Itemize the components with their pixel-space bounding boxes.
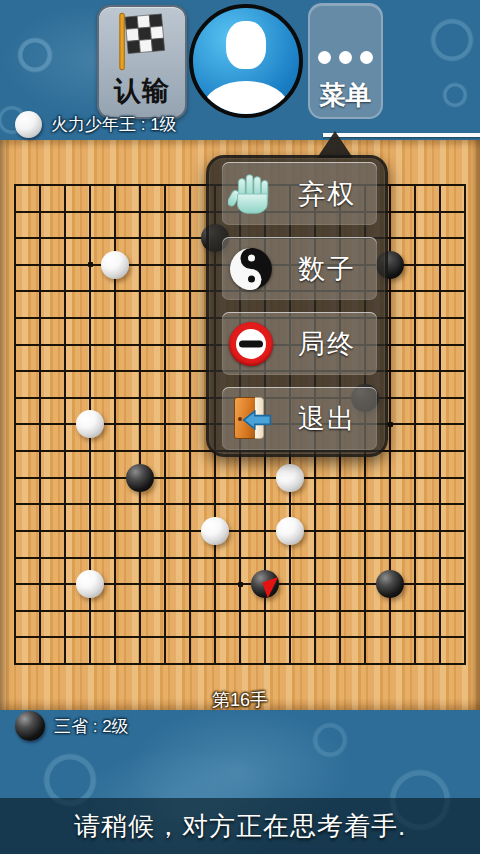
player-top-info: 火力少年王 : 1级 <box>15 111 177 138</box>
resign-button-label: 认输 <box>114 73 170 109</box>
checkered-flag-icon <box>109 11 175 73</box>
white-stone <box>276 517 304 545</box>
status-text: 请稍候，对方正在思考着手. <box>74 809 406 844</box>
avatar[interactable] <box>189 4 303 118</box>
menu-item-count-label: 数子 <box>298 251 356 287</box>
status-bar: 请稍候，对方正在思考着手. <box>0 798 480 854</box>
white-stone <box>76 570 104 598</box>
menu-button[interactable]: 菜单 <box>308 3 383 119</box>
move-number-label: 第16手 <box>0 688 480 712</box>
hand-icon <box>228 171 274 217</box>
menu-popup-arrow <box>317 131 353 158</box>
black-stone-icon <box>15 711 45 741</box>
player-bottom-label: 三省 : 2级 <box>54 715 129 738</box>
go-app-screen: 认输 菜单 火力少年王 : 1级 <box>0 0 480 854</box>
menu-item-exit[interactable]: 退出 <box>222 387 377 450</box>
star-point <box>388 422 393 427</box>
menu-popup: 弃权 数子 局终 <box>206 155 388 457</box>
menu-item-pass[interactable]: 弃权 <box>222 162 377 225</box>
white-stone-icon <box>15 111 42 138</box>
menu-item-count[interactable]: 数子 <box>222 237 377 300</box>
exit-door-icon <box>228 396 274 442</box>
player-top-label: 火力少年王 : 1级 <box>51 113 177 136</box>
white-stone <box>201 517 229 545</box>
menu-item-endgame-label: 局终 <box>298 326 356 362</box>
menu-item-pass-label: 弃权 <box>298 176 356 212</box>
menu-item-exit-label: 退出 <box>298 401 356 437</box>
star-point <box>238 582 243 587</box>
menu-item-endgame[interactable]: 局终 <box>222 312 377 375</box>
white-stone <box>276 464 304 492</box>
player-bottom-info: 三省 : 2级 <box>15 711 129 741</box>
avatar-person-body <box>203 81 289 118</box>
black-stone <box>126 464 154 492</box>
yinyang-icon <box>228 246 274 292</box>
menu-button-label: 菜单 <box>320 78 372 113</box>
black-stone <box>376 570 404 598</box>
resign-button[interactable]: 认输 <box>97 5 187 119</box>
avatar-person-icon <box>226 21 266 69</box>
last-move-marker <box>251 570 279 598</box>
no-entry-icon <box>228 321 274 367</box>
black-stone <box>251 570 279 598</box>
star-point <box>88 262 93 267</box>
three-dots-icon <box>318 51 373 64</box>
white-stone <box>101 251 129 279</box>
